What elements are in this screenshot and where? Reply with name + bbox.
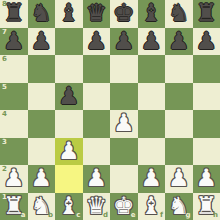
piece-white-bishop[interactable]: ♝ — [55, 193, 83, 221]
piece-white-pawn[interactable]: ♟ — [138, 165, 166, 193]
rank-label-3: 3 — [2, 139, 7, 146]
square-a1[interactable]: ♜1a — [0, 193, 28, 221]
square-f1[interactable]: ♝f — [138, 193, 166, 221]
square-f8[interactable]: ♝ — [138, 0, 166, 28]
square-h6[interactable] — [193, 55, 221, 83]
square-e8[interactable]: ♚ — [110, 0, 138, 28]
square-h8[interactable]: ♜ — [193, 0, 221, 28]
piece-black-rook[interactable]: ♜ — [193, 0, 221, 28]
piece-black-bishop[interactable]: ♝ — [138, 0, 166, 28]
square-h1[interactable]: ♜h — [193, 193, 221, 221]
square-g7[interactable]: ♟ — [165, 28, 193, 56]
square-b6[interactable] — [28, 55, 56, 83]
square-h7[interactable]: ♟ — [193, 28, 221, 56]
square-e7[interactable]: ♟ — [110, 28, 138, 56]
square-h3[interactable] — [193, 138, 221, 166]
square-f6[interactable] — [138, 55, 166, 83]
square-b1[interactable]: ♞b — [28, 193, 56, 221]
square-e1[interactable]: ♚e — [110, 193, 138, 221]
piece-white-pawn[interactable]: ♟ — [28, 165, 56, 193]
square-e3[interactable] — [110, 138, 138, 166]
piece-white-king[interactable]: ♚ — [110, 193, 138, 221]
piece-white-pawn[interactable]: ♟ — [165, 165, 193, 193]
square-a6[interactable]: 6 — [0, 55, 28, 83]
square-f4[interactable] — [138, 110, 166, 138]
piece-black-pawn[interactable]: ♟ — [55, 83, 83, 111]
square-e5[interactable] — [110, 83, 138, 111]
square-g5[interactable] — [165, 83, 193, 111]
piece-black-knight[interactable]: ♞ — [165, 0, 193, 28]
square-f5[interactable] — [138, 83, 166, 111]
square-f2[interactable]: ♟ — [138, 165, 166, 193]
piece-black-pawn[interactable]: ♟ — [193, 28, 221, 56]
rank-label-6: 6 — [2, 56, 7, 63]
square-g3[interactable] — [165, 138, 193, 166]
piece-black-pawn[interactable]: ♟ — [165, 28, 193, 56]
square-c1[interactable]: ♝c — [55, 193, 83, 221]
square-f3[interactable] — [138, 138, 166, 166]
piece-white-pawn[interactable]: ♟ — [83, 165, 111, 193]
rank-label-4: 4 — [2, 111, 7, 118]
square-d6[interactable] — [83, 55, 111, 83]
square-b2[interactable]: ♟ — [28, 165, 56, 193]
piece-black-pawn[interactable]: ♟ — [28, 28, 56, 56]
piece-black-king[interactable]: ♚ — [110, 0, 138, 28]
square-c2[interactable] — [55, 165, 83, 193]
piece-white-rook[interactable]: ♜ — [0, 193, 28, 221]
piece-black-pawn[interactable]: ♟ — [110, 28, 138, 56]
square-d8[interactable]: ♛ — [83, 0, 111, 28]
piece-white-pawn[interactable]: ♟ — [0, 165, 28, 193]
piece-black-knight[interactable]: ♞ — [28, 0, 56, 28]
square-b3[interactable] — [28, 138, 56, 166]
square-g1[interactable]: ♞g — [165, 193, 193, 221]
square-e2[interactable] — [110, 165, 138, 193]
square-g8[interactable]: ♞ — [165, 0, 193, 28]
square-g4[interactable] — [165, 110, 193, 138]
piece-white-knight[interactable]: ♞ — [165, 193, 193, 221]
piece-white-queen[interactable]: ♛ — [83, 193, 111, 221]
square-a2[interactable]: ♟2 — [0, 165, 28, 193]
piece-black-pawn[interactable]: ♟ — [83, 28, 111, 56]
square-c8[interactable]: ♝ — [55, 0, 83, 28]
square-a7[interactable]: ♟7 — [0, 28, 28, 56]
square-h5[interactable] — [193, 83, 221, 111]
piece-white-bishop[interactable]: ♝ — [138, 193, 166, 221]
piece-black-rook[interactable]: ♜ — [0, 0, 28, 28]
square-h2[interactable]: ♟ — [193, 165, 221, 193]
square-e4[interactable]: ♟ — [110, 110, 138, 138]
square-h4[interactable] — [193, 110, 221, 138]
square-b4[interactable] — [28, 110, 56, 138]
chess-board: ♜8♞♝♛♚♝♞♜♟7♟♟♟♟♟♟65♟4♟3♟♟2♟♟♟♟♟♜1a♞b♝c♛d… — [0, 0, 220, 220]
square-c3[interactable]: ♟ — [55, 138, 83, 166]
piece-black-bishop[interactable]: ♝ — [55, 0, 83, 28]
piece-white-pawn[interactable]: ♟ — [193, 165, 221, 193]
square-a4[interactable]: 4 — [0, 110, 28, 138]
square-c7[interactable] — [55, 28, 83, 56]
square-d2[interactable]: ♟ — [83, 165, 111, 193]
square-a5[interactable]: 5 — [0, 83, 28, 111]
square-b8[interactable]: ♞ — [28, 0, 56, 28]
square-d7[interactable]: ♟ — [83, 28, 111, 56]
square-c5[interactable]: ♟ — [55, 83, 83, 111]
square-b7[interactable]: ♟ — [28, 28, 56, 56]
piece-black-pawn[interactable]: ♟ — [0, 28, 28, 56]
piece-white-pawn[interactable]: ♟ — [55, 138, 83, 166]
square-f7[interactable]: ♟ — [138, 28, 166, 56]
square-b5[interactable] — [28, 83, 56, 111]
piece-white-rook[interactable]: ♜ — [193, 193, 221, 221]
square-c4[interactable] — [55, 110, 83, 138]
square-a3[interactable]: 3 — [0, 138, 28, 166]
square-e6[interactable] — [110, 55, 138, 83]
square-d1[interactable]: ♛d — [83, 193, 111, 221]
piece-white-knight[interactable]: ♞ — [28, 193, 56, 221]
rank-label-5: 5 — [2, 84, 7, 91]
piece-black-pawn[interactable]: ♟ — [138, 28, 166, 56]
piece-black-queen[interactable]: ♛ — [83, 0, 111, 28]
square-d5[interactable] — [83, 83, 111, 111]
square-a8[interactable]: ♜8 — [0, 0, 28, 28]
square-d4[interactable] — [83, 110, 111, 138]
square-g2[interactable]: ♟ — [165, 165, 193, 193]
piece-white-pawn[interactable]: ♟ — [110, 110, 138, 138]
square-g6[interactable] — [165, 55, 193, 83]
square-d3[interactable] — [83, 138, 111, 166]
square-c6[interactable] — [55, 55, 83, 83]
